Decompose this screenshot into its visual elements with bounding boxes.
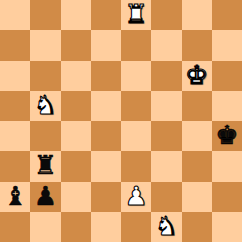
square-g1[interactable] — [182, 212, 212, 242]
square-d1[interactable] — [91, 212, 121, 242]
square-f3[interactable] — [151, 151, 181, 181]
square-g5[interactable] — [182, 91, 212, 121]
square-g3[interactable] — [182, 151, 212, 181]
square-a5[interactable] — [0, 91, 30, 121]
square-g7[interactable] — [182, 30, 212, 60]
square-e6[interactable] — [121, 61, 151, 91]
square-c4[interactable] — [61, 121, 91, 151]
square-b5[interactable]: ♞ — [30, 91, 60, 121]
square-b1[interactable] — [30, 212, 60, 242]
square-g4[interactable] — [182, 121, 212, 151]
white-rook[interactable]: ♜ — [124, 1, 147, 27]
square-d3[interactable] — [91, 151, 121, 181]
square-f5[interactable] — [151, 91, 181, 121]
white-knight[interactable]: ♞ — [155, 213, 178, 239]
square-c5[interactable] — [61, 91, 91, 121]
square-h5[interactable] — [212, 91, 242, 121]
square-a8[interactable] — [0, 0, 30, 30]
square-b4[interactable] — [30, 121, 60, 151]
square-d4[interactable] — [91, 121, 121, 151]
square-d7[interactable] — [91, 30, 121, 60]
square-a4[interactable] — [0, 121, 30, 151]
square-g2[interactable] — [182, 182, 212, 212]
square-h2[interactable] — [212, 182, 242, 212]
black-king[interactable]: ♚ — [215, 122, 238, 148]
square-e5[interactable] — [121, 91, 151, 121]
square-c1[interactable] — [61, 212, 91, 242]
square-g6[interactable]: ♚ — [182, 61, 212, 91]
square-h7[interactable] — [212, 30, 242, 60]
square-b6[interactable] — [30, 61, 60, 91]
square-h1[interactable] — [212, 212, 242, 242]
square-c8[interactable] — [61, 0, 91, 30]
square-a1[interactable] — [0, 212, 30, 242]
square-e1[interactable] — [121, 212, 151, 242]
square-h3[interactable] — [212, 151, 242, 181]
square-d2[interactable] — [91, 182, 121, 212]
square-e8[interactable]: ♜ — [121, 0, 151, 30]
square-a2[interactable]: ♝ — [0, 182, 30, 212]
square-h6[interactable] — [212, 61, 242, 91]
square-d6[interactable] — [91, 61, 121, 91]
square-d5[interactable] — [91, 91, 121, 121]
black-pawn[interactable]: ♟ — [34, 183, 57, 209]
square-a7[interactable] — [0, 30, 30, 60]
square-c6[interactable] — [61, 61, 91, 91]
black-rook[interactable]: ♜ — [34, 152, 57, 178]
square-a6[interactable] — [0, 61, 30, 91]
square-f1[interactable]: ♞ — [151, 212, 181, 242]
square-f2[interactable] — [151, 182, 181, 212]
square-c7[interactable] — [61, 30, 91, 60]
square-f6[interactable] — [151, 61, 181, 91]
white-knight[interactable]: ♞ — [34, 92, 57, 118]
square-b7[interactable] — [30, 30, 60, 60]
square-a3[interactable] — [0, 151, 30, 181]
square-b2[interactable]: ♟ — [30, 182, 60, 212]
square-h8[interactable] — [212, 0, 242, 30]
square-f4[interactable] — [151, 121, 181, 151]
square-c2[interactable] — [61, 182, 91, 212]
white-king[interactable]: ♚ — [185, 62, 208, 88]
square-e2[interactable]: ♟ — [121, 182, 151, 212]
square-e3[interactable] — [121, 151, 151, 181]
black-bishop[interactable]: ♝ — [3, 183, 26, 209]
square-d8[interactable] — [91, 0, 121, 30]
square-g8[interactable] — [182, 0, 212, 30]
square-b3[interactable]: ♜ — [30, 151, 60, 181]
square-e7[interactable] — [121, 30, 151, 60]
square-b8[interactable] — [30, 0, 60, 30]
square-e4[interactable] — [121, 121, 151, 151]
square-c3[interactable] — [61, 151, 91, 181]
square-f7[interactable] — [151, 30, 181, 60]
square-h4[interactable]: ♚ — [212, 121, 242, 151]
chess-board: ♜♚♞♚♜♝♟♟♞ — [0, 0, 242, 242]
white-pawn[interactable]: ♟ — [124, 183, 147, 209]
square-f8[interactable] — [151, 0, 181, 30]
